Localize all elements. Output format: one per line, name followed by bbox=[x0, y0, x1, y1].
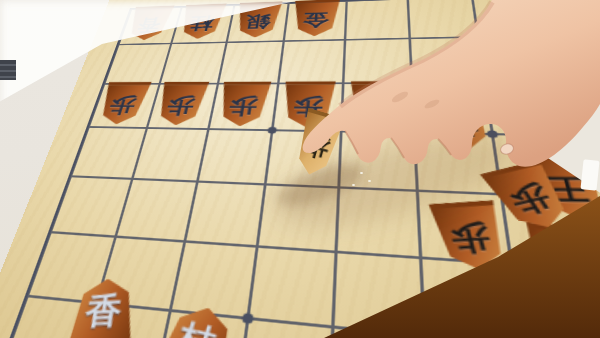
wood-dust bbox=[368, 180, 371, 182]
piece-kanji: 桂 bbox=[422, 101, 501, 154]
shogi-piece-pawn[interactable]: 歩 bbox=[93, 81, 152, 124]
shogi-piece-silver[interactable]: 銀 bbox=[525, 221, 600, 304]
shogi-piece-knight[interactable]: 桂 bbox=[176, 3, 228, 39]
shogi-piece-pawn[interactable]: 歩 bbox=[213, 81, 272, 126]
piece-kanji: 歩 bbox=[213, 86, 271, 126]
piece-kanji: 香 bbox=[123, 9, 174, 40]
shogi-piece-silver[interactable]: 銀 bbox=[231, 1, 283, 38]
shogi-piece-knight[interactable]: 桂 bbox=[419, 95, 500, 154]
piece-kanji: 歩 bbox=[348, 86, 407, 129]
wood-dust bbox=[352, 184, 355, 186]
paper-sliver bbox=[580, 159, 599, 191]
piece-kanji: 歩 bbox=[429, 208, 517, 272]
piece-kanji: 銀 bbox=[231, 5, 282, 38]
piece-box-edge bbox=[0, 60, 16, 80]
shogi-piece-lance[interactable]: 香 bbox=[63, 278, 140, 338]
piece-kanji: 銀 bbox=[525, 229, 600, 304]
shogi-piece-pawn[interactable]: 歩 bbox=[428, 200, 517, 271]
piece-kanji: 金 bbox=[290, 3, 341, 37]
piece-kanji: 桂 bbox=[150, 301, 242, 338]
shogi-piece-knight[interactable]: 桂 bbox=[147, 301, 243, 338]
shogi-piece-pawn[interactable]: 歩 bbox=[152, 81, 211, 125]
piece-kanji: 歩 bbox=[152, 86, 210, 125]
shogi-piece-gold[interactable]: 金 bbox=[290, 0, 341, 37]
shogi-board: 香桂銀金歩歩歩歩歩歩桂金飛王角銀歩歩歩香桂銀歩金 bbox=[0, 0, 600, 338]
shogi-piece-lance[interactable]: 香 bbox=[123, 5, 176, 40]
shogi-photo-scene: 香桂銀金歩歩歩歩歩歩桂金飛王角銀歩歩歩香桂銀歩金 歩 bbox=[0, 0, 600, 338]
piece-kanji: 歩 bbox=[93, 86, 151, 124]
piece-kanji: 香 bbox=[65, 278, 140, 338]
wood-dust bbox=[360, 172, 363, 174]
piece-kanji: 桂 bbox=[176, 7, 227, 39]
shogi-piece-pawn[interactable]: 歩 bbox=[348, 80, 407, 128]
